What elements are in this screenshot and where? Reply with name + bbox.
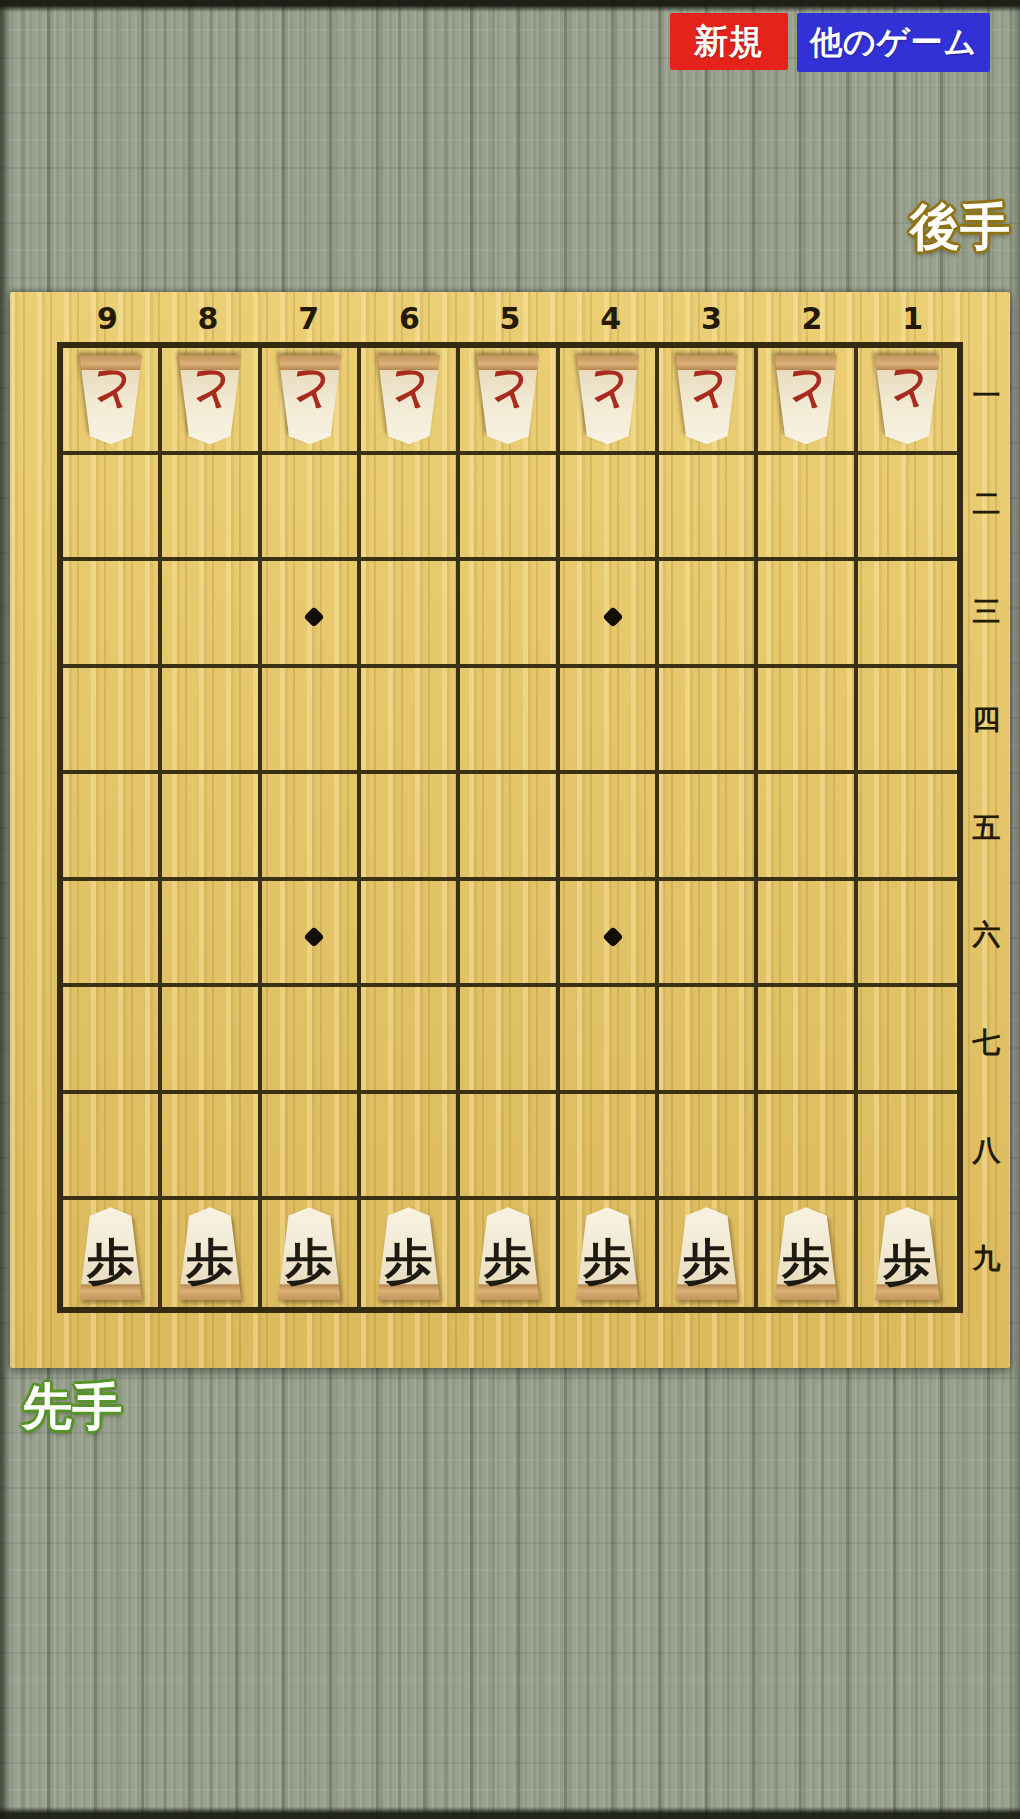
piece-glyph: 歩 <box>473 1207 543 1300</box>
shogi-piece[interactable]: と <box>374 355 444 444</box>
file-label: 6 <box>359 294 460 342</box>
piece-glyph: と <box>473 355 543 444</box>
rank-label: 六 <box>963 881 1010 989</box>
board-cell[interactable] <box>262 987 361 1094</box>
piece-glyph: と <box>76 355 146 444</box>
board-cell[interactable] <box>63 561 162 668</box>
app-screen: { "game": "hasami-shogi (shogi board 9x9… <box>0 0 1020 1819</box>
sente-label: 先手 <box>22 1382 122 1432</box>
shogi-piece[interactable]: 歩 <box>76 1207 146 1300</box>
board-cell[interactable]: 歩 <box>659 1200 758 1307</box>
board-cell[interactable]: と <box>162 348 261 455</box>
file-label: 7 <box>258 294 359 342</box>
piece-glyph: 歩 <box>374 1207 444 1300</box>
board-cell[interactable] <box>460 881 559 988</box>
shogi-piece[interactable]: と <box>573 355 643 444</box>
board-cell[interactable] <box>63 987 162 1094</box>
board-cell[interactable]: と <box>758 348 857 455</box>
edge-vignette-bottom <box>0 1807 1020 1819</box>
board-cell[interactable] <box>361 881 460 988</box>
shogi-piece[interactable]: と <box>175 355 245 444</box>
rank-label: 八 <box>963 1097 1010 1205</box>
shogi-piece[interactable]: と <box>473 355 543 444</box>
board-cell[interactable]: 歩 <box>460 1200 559 1307</box>
board-cell[interactable] <box>460 561 559 668</box>
file-label: 2 <box>762 294 863 342</box>
rank-label: 一 <box>963 342 1010 450</box>
rank-label: 九 <box>963 1205 1010 1313</box>
rank-label: 五 <box>963 774 1010 882</box>
board-cell[interactable] <box>162 668 261 775</box>
file-label: 3 <box>661 294 762 342</box>
piece-glyph: 歩 <box>275 1207 345 1300</box>
shogi-piece[interactable]: 歩 <box>473 1207 543 1300</box>
board-cell[interactable]: 歩 <box>560 1200 659 1307</box>
board-cell[interactable]: 歩 <box>361 1200 460 1307</box>
board-cell[interactable] <box>262 774 361 881</box>
file-label: 9 <box>57 294 158 342</box>
piece-glyph: 歩 <box>672 1207 742 1300</box>
board-cell[interactable] <box>758 455 857 562</box>
board-cell[interactable] <box>758 774 857 881</box>
board-cell[interactable] <box>460 455 559 562</box>
board-cell[interactable] <box>162 561 261 668</box>
board-cell[interactable] <box>758 987 857 1094</box>
piece-glyph: と <box>573 355 643 444</box>
board-cell[interactable] <box>63 668 162 775</box>
new-game-button[interactable]: 新規 <box>670 13 788 70</box>
board-cell[interactable] <box>361 561 460 668</box>
piece-glyph: 歩 <box>573 1207 643 1300</box>
board-cell[interactable] <box>361 455 460 562</box>
rank-label: 三 <box>963 558 1010 666</box>
file-label: 8 <box>158 294 259 342</box>
board-cell[interactable]: と <box>262 348 361 455</box>
piece-glyph: と <box>871 355 944 444</box>
other-games-button[interactable]: 他のゲーム <box>797 13 990 72</box>
shogi-piece[interactable]: 歩 <box>573 1207 643 1300</box>
rank-label: 七 <box>963 989 1010 1097</box>
board-cell[interactable] <box>162 987 261 1094</box>
board-cell[interactable] <box>162 1094 261 1201</box>
board-cell[interactable]: 歩 <box>63 1200 162 1307</box>
board-cell[interactable]: と <box>361 348 460 455</box>
shogi-piece[interactable]: 歩 <box>871 1207 944 1300</box>
board-cell[interactable] <box>63 1094 162 1201</box>
rank-label: 二 <box>963 450 1010 558</box>
board-cell[interactable] <box>361 1094 460 1201</box>
board-grid: ととととととととと歩歩歩歩歩歩歩歩歩 <box>57 342 963 1313</box>
board-cell[interactable]: と <box>659 348 758 455</box>
board-cell[interactable] <box>63 774 162 881</box>
board-cell[interactable] <box>858 1094 957 1201</box>
shogi-board: 987654321 一二三四五六七八九 ととととととととと歩歩歩歩歩歩歩歩歩 <box>10 292 1010 1368</box>
gote-label: 後手 <box>910 202 1010 252</box>
board-cell[interactable] <box>659 987 758 1094</box>
board-cell[interactable] <box>560 455 659 562</box>
piece-glyph: と <box>374 355 444 444</box>
board-cell[interactable]: 歩 <box>858 1200 957 1307</box>
file-labels: 987654321 <box>57 294 963 342</box>
board-cell[interactable] <box>460 1094 559 1201</box>
board-cell[interactable] <box>460 668 559 775</box>
piece-glyph: と <box>771 355 841 444</box>
board-cell[interactable] <box>858 881 957 988</box>
board-cell[interactable] <box>460 774 559 881</box>
board-cell[interactable] <box>758 881 857 988</box>
board-cell[interactable]: と <box>858 348 957 455</box>
piece-glyph: と <box>672 355 742 444</box>
shogi-piece[interactable]: 歩 <box>771 1207 841 1300</box>
rank-labels: 一二三四五六七八九 <box>963 342 1010 1313</box>
board-cell[interactable] <box>560 774 659 881</box>
board-cell[interactable] <box>560 987 659 1094</box>
board-cell[interactable] <box>659 668 758 775</box>
board-cell[interactable]: と <box>63 348 162 455</box>
shogi-piece[interactable]: 歩 <box>275 1207 345 1300</box>
board-cell[interactable] <box>758 561 857 668</box>
piece-glyph: と <box>175 355 245 444</box>
board-cell[interactable] <box>262 455 361 562</box>
piece-glyph: 歩 <box>771 1207 841 1300</box>
board-cell[interactable] <box>858 774 957 881</box>
board-cell[interactable]: と <box>560 348 659 455</box>
board-cell[interactable] <box>858 987 957 1094</box>
board-cell[interactable] <box>361 668 460 775</box>
piece-glyph: と <box>275 355 345 444</box>
shogi-piece[interactable]: と <box>76 355 146 444</box>
board-cell[interactable] <box>659 1094 758 1201</box>
board-cell[interactable] <box>659 455 758 562</box>
shogi-piece[interactable]: 歩 <box>672 1207 742 1300</box>
edge-vignette-top <box>0 0 1020 12</box>
shogi-piece[interactable]: 歩 <box>374 1207 444 1300</box>
board-cell[interactable] <box>63 455 162 562</box>
shogi-piece[interactable]: と <box>871 355 944 444</box>
shogi-piece[interactable]: と <box>771 355 841 444</box>
board-cell[interactable] <box>659 774 758 881</box>
piece-glyph: 歩 <box>76 1207 146 1300</box>
board-cell[interactable] <box>262 668 361 775</box>
file-label: 1 <box>862 294 963 342</box>
file-label: 4 <box>560 294 661 342</box>
board-cell[interactable] <box>858 561 957 668</box>
board-cell[interactable] <box>361 987 460 1094</box>
shogi-piece[interactable]: と <box>672 355 742 444</box>
board-cell[interactable] <box>460 987 559 1094</box>
board-cell[interactable] <box>659 881 758 988</box>
board-cell[interactable]: 歩 <box>162 1200 261 1307</box>
board-cell[interactable] <box>858 668 957 775</box>
rank-label: 四 <box>963 666 1010 774</box>
board-cell[interactable]: 歩 <box>262 1200 361 1307</box>
board-cell[interactable] <box>758 668 857 775</box>
board-cell[interactable] <box>560 668 659 775</box>
board-cell[interactable] <box>63 881 162 988</box>
board-cell[interactable]: と <box>460 348 559 455</box>
edge-vignette-right <box>1012 0 1020 1819</box>
board-cell[interactable] <box>162 455 261 562</box>
piece-glyph: 歩 <box>175 1207 245 1300</box>
file-label: 5 <box>460 294 561 342</box>
board-cell[interactable]: 歩 <box>758 1200 857 1307</box>
shogi-piece[interactable]: と <box>275 355 345 444</box>
board-cell[interactable] <box>858 455 957 562</box>
board-cell[interactable] <box>659 561 758 668</box>
board-cell[interactable] <box>162 881 261 988</box>
board-cell[interactable] <box>560 1094 659 1201</box>
piece-glyph: 歩 <box>871 1207 944 1300</box>
board-cell[interactable] <box>361 774 460 881</box>
board-cell[interactable] <box>262 1094 361 1201</box>
shogi-piece[interactable]: 歩 <box>175 1207 245 1300</box>
board-cell[interactable] <box>758 1094 857 1201</box>
board-cell[interactable] <box>162 774 261 881</box>
